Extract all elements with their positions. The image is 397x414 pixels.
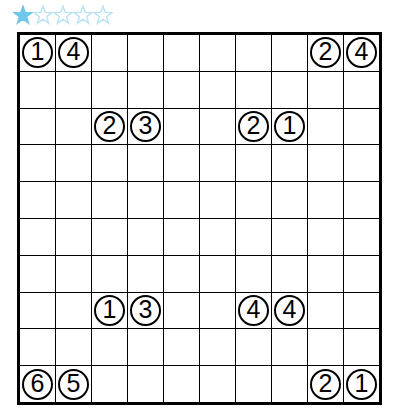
cell-r2c3[interactable] (92, 72, 127, 108)
cell-r10c6[interactable] (200, 366, 235, 402)
cell-r2c10[interactable] (344, 72, 379, 108)
cell-r5c3[interactable] (92, 182, 127, 218)
cell-r7c1[interactable] (20, 256, 55, 292)
clue-circle: 2 (310, 37, 341, 68)
cell-r10c1: 6 (20, 366, 55, 402)
cell-r7c5[interactable] (164, 256, 199, 292)
cell-r7c8[interactable] (272, 256, 307, 292)
cell-r5c1[interactable] (20, 182, 55, 218)
cell-r10c5[interactable] (164, 366, 199, 402)
difficulty-stars (13, 5, 113, 26)
clue-circle: 4 (346, 37, 377, 68)
cell-r9c8[interactable] (272, 329, 307, 365)
cell-r8c10[interactable] (344, 293, 379, 329)
board: 1424232113446521 (17, 32, 382, 405)
cell-r9c1[interactable] (20, 329, 55, 365)
cell-r6c7[interactable] (236, 219, 271, 255)
puzzle-page: 1424232113446521 (0, 0, 397, 414)
cell-r2c1[interactable] (20, 72, 55, 108)
clue-number: 1 (283, 113, 297, 138)
cell-r2c9[interactable] (308, 72, 343, 108)
cell-r4c4[interactable] (128, 145, 163, 181)
cell-r6c9[interactable] (308, 219, 343, 255)
cell-r7c3[interactable] (92, 256, 127, 292)
cell-r9c6[interactable] (200, 329, 235, 365)
clue-number: 2 (247, 113, 261, 138)
star-empty-icon (33, 5, 53, 26)
star-empty-icon (73, 5, 93, 26)
cell-r6c1[interactable] (20, 219, 55, 255)
cell-r4c8[interactable] (272, 145, 307, 181)
clue-circle: 6 (22, 369, 53, 400)
clue-number: 1 (103, 297, 117, 322)
cell-r3c8: 1 (272, 109, 307, 145)
cell-r5c7[interactable] (236, 182, 271, 218)
cell-r10c10: 1 (344, 366, 379, 402)
cell-r4c10[interactable] (344, 145, 379, 181)
cell-r3c6[interactable] (200, 109, 235, 145)
cell-r8c4: 3 (128, 293, 163, 329)
cell-r8c5[interactable] (164, 293, 199, 329)
clue-circle: 4 (238, 295, 269, 326)
clue-circle: 2 (310, 369, 341, 400)
cell-r3c9[interactable] (308, 109, 343, 145)
cell-r5c5[interactable] (164, 182, 199, 218)
cell-r3c4: 3 (128, 109, 163, 145)
cell-r6c4[interactable] (128, 219, 163, 255)
cell-r9c9[interactable] (308, 329, 343, 365)
cell-r2c7[interactable] (236, 72, 271, 108)
cell-r1c5[interactable] (164, 35, 199, 71)
cell-r8c7: 4 (236, 293, 271, 329)
cell-r4c2[interactable] (56, 145, 91, 181)
cell-r3c5[interactable] (164, 109, 199, 145)
cell-r7c7[interactable] (236, 256, 271, 292)
cell-r5c6[interactable] (200, 182, 235, 218)
clue-circle: 1 (94, 295, 125, 326)
cell-r9c4[interactable] (128, 329, 163, 365)
clue-number: 6 (31, 371, 45, 396)
cell-r6c8[interactable] (272, 219, 307, 255)
cell-r5c4[interactable] (128, 182, 163, 218)
clue-circle: 3 (130, 295, 161, 326)
cell-r1c9: 2 (308, 35, 343, 71)
cell-r3c3: 2 (92, 109, 127, 145)
clue-number: 3 (139, 297, 153, 322)
cell-r4c3[interactable] (92, 145, 127, 181)
cell-r3c7: 2 (236, 109, 271, 145)
clue-circle: 2 (238, 111, 269, 142)
cell-r10c7[interactable] (236, 366, 271, 402)
cell-r4c6[interactable] (200, 145, 235, 181)
clue-number: 2 (103, 113, 117, 138)
cell-r2c6[interactable] (200, 72, 235, 108)
star-filled-icon (13, 5, 33, 26)
cell-r8c9[interactable] (308, 293, 343, 329)
cell-r10c9: 2 (308, 366, 343, 402)
cell-r2c4[interactable] (128, 72, 163, 108)
cell-r6c2[interactable] (56, 219, 91, 255)
cell-r2c2[interactable] (56, 72, 91, 108)
cell-r5c9[interactable] (308, 182, 343, 218)
clue-number: 1 (31, 39, 45, 64)
cell-r7c4[interactable] (128, 256, 163, 292)
cell-r9c10[interactable] (344, 329, 379, 365)
cell-r10c2: 5 (56, 366, 91, 402)
cell-r2c5[interactable] (164, 72, 199, 108)
cell-r4c7[interactable] (236, 145, 271, 181)
clue-number: 3 (139, 113, 153, 138)
clue-circle: 1 (22, 37, 53, 68)
cell-r1c10: 4 (344, 35, 379, 71)
cell-r4c5[interactable] (164, 145, 199, 181)
cell-r1c1: 1 (20, 35, 55, 71)
cell-r6c10[interactable] (344, 219, 379, 255)
cell-r7c2[interactable] (56, 256, 91, 292)
cell-r10c3[interactable] (92, 366, 127, 402)
cell-r2c8[interactable] (272, 72, 307, 108)
cell-r4c9[interactable] (308, 145, 343, 181)
cell-r7c10[interactable] (344, 256, 379, 292)
cell-r6c5[interactable] (164, 219, 199, 255)
clue-circle: 2 (94, 111, 125, 142)
clue-number: 4 (247, 297, 261, 322)
cell-r10c8[interactable] (272, 366, 307, 402)
cell-r1c4[interactable] (128, 35, 163, 71)
cell-r1c8[interactable] (272, 35, 307, 71)
clue-circle: 3 (130, 111, 161, 142)
cell-r7c9[interactable] (308, 256, 343, 292)
cell-r9c2[interactable] (56, 329, 91, 365)
cell-r10c4[interactable] (128, 366, 163, 402)
cell-r1c2: 4 (56, 35, 91, 71)
cell-r8c8: 4 (272, 293, 307, 329)
cell-r3c1[interactable] (20, 109, 55, 145)
cell-r3c10[interactable] (344, 109, 379, 145)
clue-number: 4 (67, 39, 81, 64)
cell-r5c2[interactable] (56, 182, 91, 218)
cell-r6c3[interactable] (92, 219, 127, 255)
cell-r8c3: 1 (92, 293, 127, 329)
cell-r5c8[interactable] (272, 182, 307, 218)
cell-r3c2[interactable] (56, 109, 91, 145)
cell-r4c1[interactable] (20, 145, 55, 181)
cell-r1c6[interactable] (200, 35, 235, 71)
cell-r5c10[interactable] (344, 182, 379, 218)
clue-number: 5 (67, 371, 81, 396)
cell-r1c3[interactable] (92, 35, 127, 71)
cell-r9c7[interactable] (236, 329, 271, 365)
cell-r9c5[interactable] (164, 329, 199, 365)
star-empty-icon (53, 5, 73, 26)
cell-r1c7[interactable] (236, 35, 271, 71)
cell-r6c6[interactable] (200, 219, 235, 255)
clue-number: 4 (283, 297, 297, 322)
clue-number: 2 (319, 371, 333, 396)
clue-number: 1 (355, 371, 369, 396)
star-empty-icon (93, 5, 113, 26)
cell-r9c3[interactable] (92, 329, 127, 365)
clue-number: 4 (355, 39, 369, 64)
clue-number: 2 (319, 39, 333, 64)
cell-r8c1[interactable] (20, 293, 55, 329)
cell-r8c2[interactable] (56, 293, 91, 329)
clue-circle: 1 (274, 111, 305, 142)
clue-circle: 4 (274, 295, 305, 326)
clue-circle: 5 (58, 369, 89, 400)
clue-circle: 4 (58, 37, 89, 68)
clue-circle: 1 (346, 369, 377, 400)
cell-r7c6[interactable] (200, 256, 235, 292)
cell-r8c6[interactable] (200, 293, 235, 329)
